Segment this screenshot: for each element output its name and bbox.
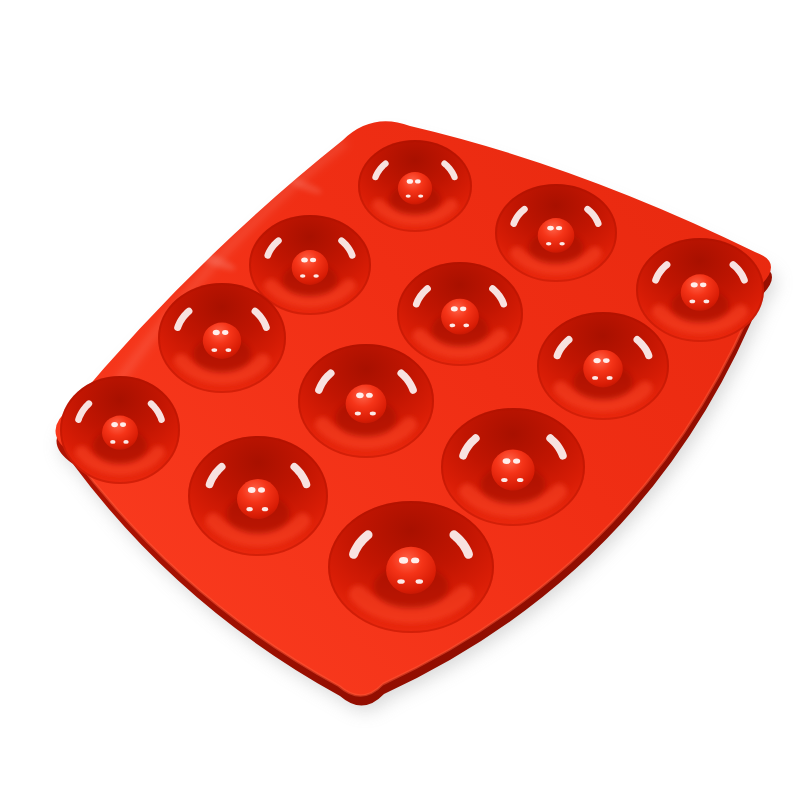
specular-dot (226, 348, 232, 352)
specular-dot (501, 478, 507, 482)
donut-hole-post (441, 299, 479, 335)
donut-cavity (328, 501, 494, 633)
specular-dot (258, 487, 265, 492)
specular-dot (123, 440, 128, 444)
specular-dot (313, 274, 318, 278)
donut-hole-post (491, 449, 534, 490)
specular-dot (559, 242, 564, 245)
specular-dot (503, 458, 511, 464)
donut-hole-post (538, 218, 575, 253)
specular-dot (211, 348, 217, 352)
specular-dot (513, 458, 520, 463)
specular-dot (607, 376, 613, 380)
specular-dot (366, 393, 373, 398)
specular-dot (691, 282, 698, 287)
donut-hole-post (398, 172, 432, 204)
donut-cavity (537, 312, 669, 420)
donut-cavity (495, 184, 617, 282)
specular-dot (262, 507, 268, 511)
donut-cavity (636, 238, 764, 342)
donut-cavity (188, 436, 328, 556)
specular-dot (120, 422, 126, 427)
donut-hole-post (681, 274, 719, 310)
specular-dot (415, 179, 421, 183)
donut-cavity (397, 262, 523, 366)
donut-cavity (60, 376, 180, 484)
specular-dot (416, 579, 423, 584)
specular-dot (301, 258, 308, 263)
specular-dot (356, 392, 363, 398)
specular-dot (700, 282, 706, 287)
specular-dot (370, 412, 376, 416)
specular-dot (110, 440, 115, 444)
specular-dot (246, 507, 252, 511)
specular-dot (463, 324, 469, 328)
specular-dot (546, 242, 551, 245)
specular-dot (248, 487, 256, 493)
donut-hole-post (386, 547, 436, 594)
specular-dot (411, 557, 419, 563)
specular-dot (547, 226, 554, 231)
donut-hole-post (346, 384, 387, 423)
specular-dot (213, 330, 220, 336)
specular-dot (592, 376, 598, 380)
specular-dot (310, 258, 316, 263)
specular-dot (355, 412, 361, 416)
donut-cavity (298, 344, 434, 458)
donut-cavity (441, 408, 585, 526)
specular-dot (460, 306, 466, 311)
specular-dot (300, 274, 305, 278)
specular-dot (406, 195, 411, 198)
specular-dot (450, 324, 456, 328)
donut-hole-post (203, 323, 241, 359)
specular-dot (111, 422, 118, 427)
specular-dot (222, 330, 228, 335)
specular-dot (517, 478, 523, 482)
product-photo (0, 0, 800, 800)
specular-dot (451, 306, 458, 311)
donut-hole-post (102, 416, 138, 450)
specular-dot (407, 179, 413, 184)
donut-hole-post (583, 350, 623, 388)
donut-cavity (358, 140, 472, 232)
specular-dot (397, 579, 404, 584)
specular-dot (593, 358, 600, 363)
specular-dot (704, 300, 710, 304)
specular-dot (689, 300, 695, 304)
donut-mold-pan (0, 0, 800, 800)
specular-dot (603, 358, 610, 363)
donut-hole-post (237, 479, 279, 519)
specular-dot (418, 195, 423, 198)
specular-dot (399, 557, 408, 564)
specular-dot (556, 226, 562, 230)
donut-cavity (158, 283, 286, 393)
donut-hole-post (292, 250, 329, 285)
